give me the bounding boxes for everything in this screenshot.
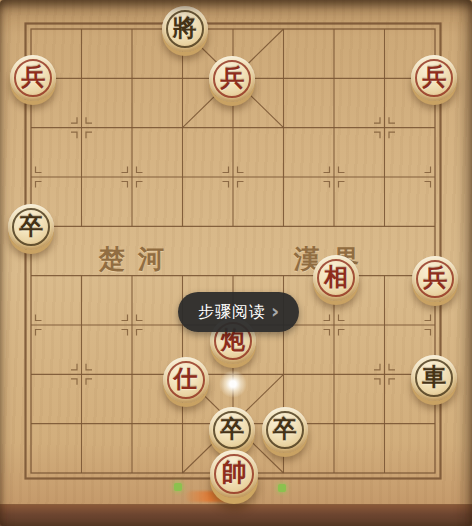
piece-red-soldier-mid[interactable]: 兵 (209, 56, 255, 102)
palace-corner-marker (278, 484, 286, 492)
piece-glyph: 帥 (222, 460, 247, 485)
palace-corner-marker (174, 483, 182, 491)
steps-tooltip-label: 步骤阅读 (198, 302, 266, 323)
piece-red-soldier-left[interactable]: 兵 (10, 55, 56, 101)
chevron-right-icon: › (271, 299, 279, 323)
piece-glyph: 兵 (423, 266, 447, 290)
piece-red-advisor[interactable]: 仕 (163, 357, 209, 403)
steps-tooltip-button[interactable]: 步骤阅读 › (178, 292, 299, 332)
piece-black-general[interactable]: 將 (162, 6, 208, 52)
piece-glyph: 卒 (19, 214, 43, 238)
piece-black-chariot[interactable]: 車 (411, 355, 457, 401)
river-label-chu-he: 楚河 (99, 246, 177, 272)
xiangqi-board[interactable]: 楚河 漢界 將兵兵兵卒相兵炮仕車卒卒帥 步骤阅读 › (0, 0, 472, 526)
piece-glyph: 將 (173, 16, 197, 40)
piece-glyph: 兵 (21, 65, 45, 89)
piece-glyph: 卒 (220, 417, 244, 441)
piece-black-soldier-e[interactable]: 卒 (209, 407, 255, 453)
piece-glyph: 卒 (273, 417, 297, 441)
piece-black-soldier-left[interactable]: 卒 (8, 204, 54, 250)
piece-red-soldier-right[interactable]: 兵 (411, 55, 457, 101)
move-highlight-glow (219, 370, 247, 398)
piece-black-soldier-f[interactable]: 卒 (262, 407, 308, 453)
piece-glyph: 仕 (174, 367, 198, 391)
xiangqi-app: 楚河 漢界 將兵兵兵卒相兵炮仕車卒卒帥 步骤阅读 › (0, 0, 472, 526)
board-bottom-edge (0, 504, 472, 526)
piece-red-soldier-right2[interactable]: 兵 (412, 256, 458, 302)
piece-red-elephant[interactable]: 相 (313, 255, 359, 301)
piece-glyph: 兵 (422, 65, 446, 89)
piece-glyph: 兵 (220, 66, 244, 90)
piece-red-general[interactable]: 帥 (210, 450, 258, 498)
piece-glyph: 相 (324, 265, 348, 289)
piece-glyph: 車 (422, 365, 446, 389)
